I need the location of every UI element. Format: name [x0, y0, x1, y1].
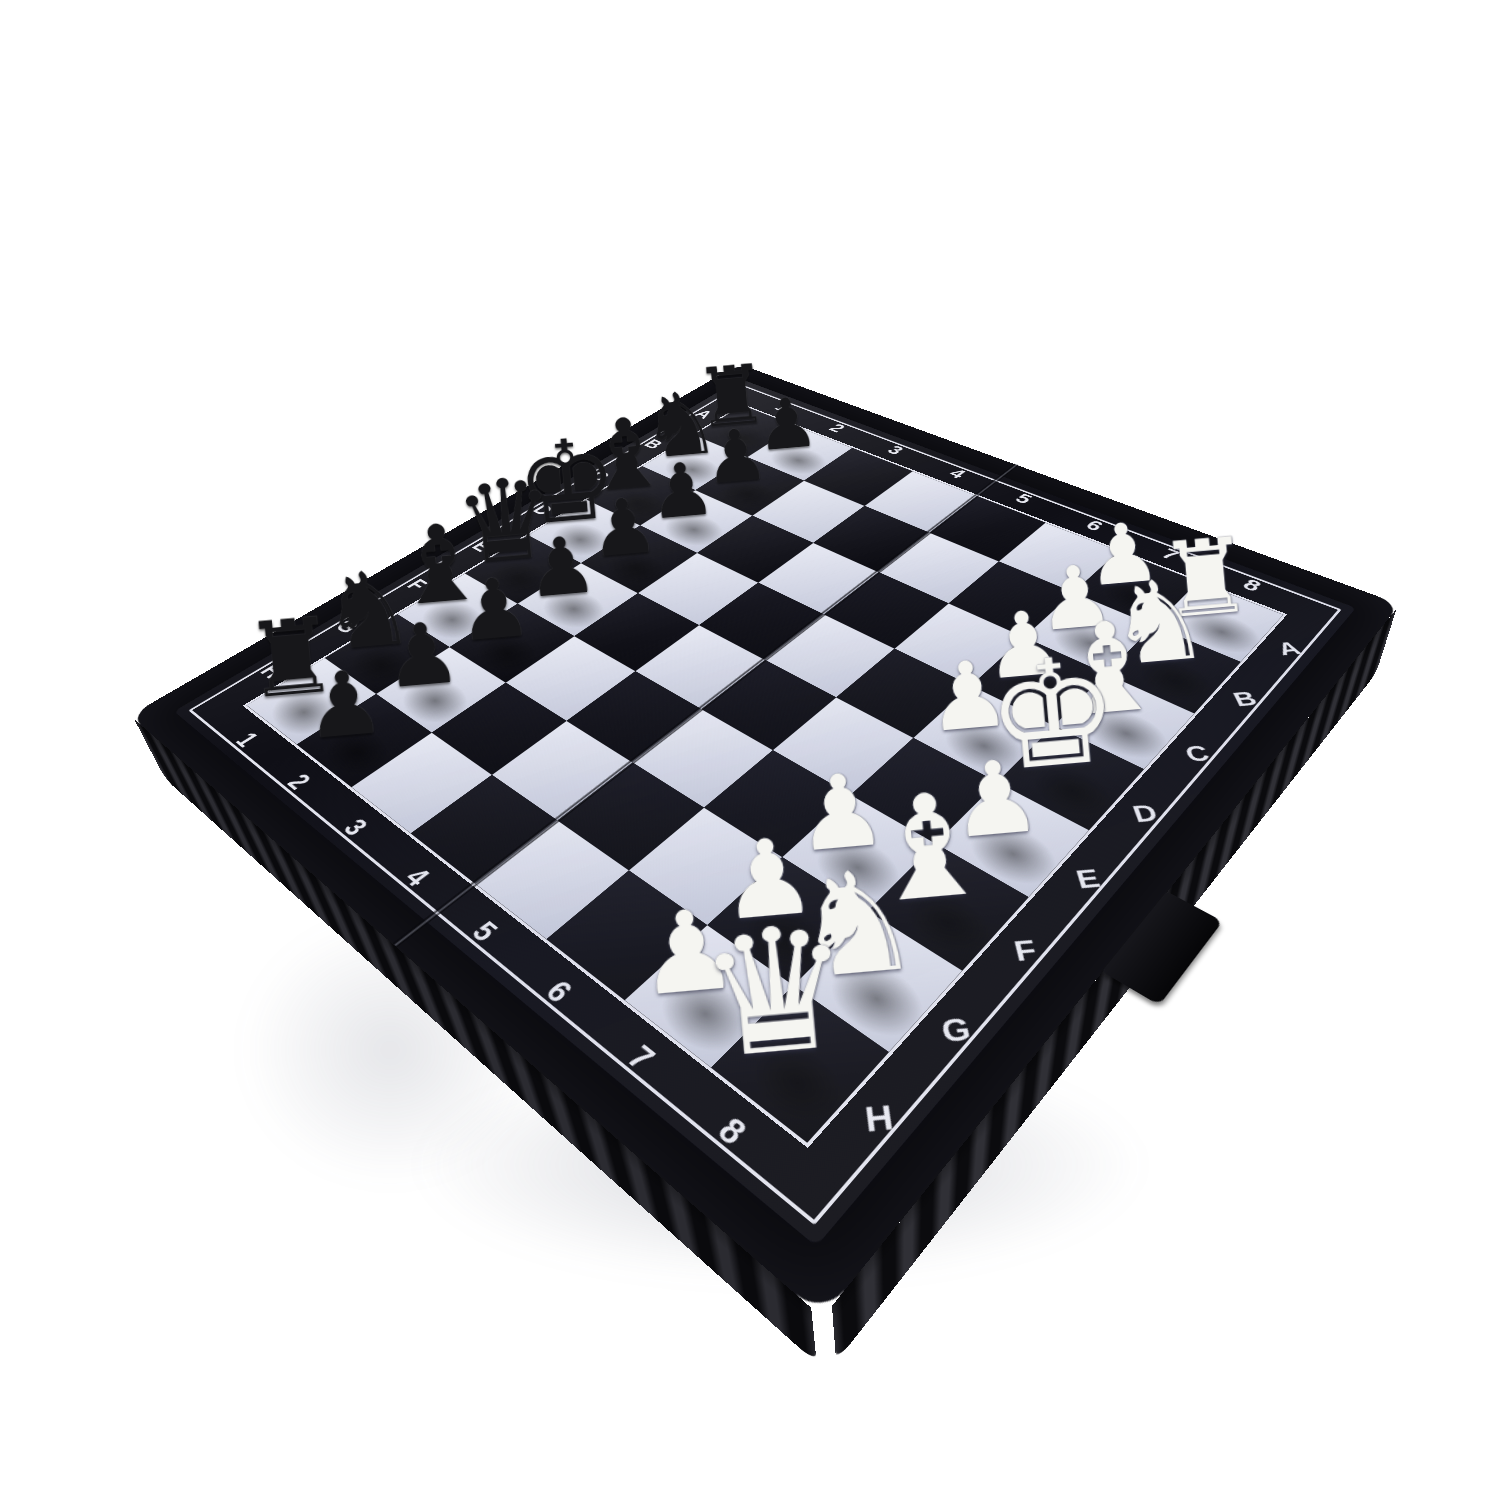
rank-label-sw-5: 5 — [456, 909, 513, 955]
rank-label-ne-5: 5 — [1003, 488, 1044, 510]
rank-label-sw-8: 8 — [699, 1101, 766, 1163]
rank-label-sw-3: 3 — [330, 808, 382, 847]
rank-label-ne-4: 4 — [938, 463, 977, 484]
black-pawn-icon: ♟ — [225, 651, 463, 760]
rank-label-sw-2: 2 — [274, 764, 324, 800]
rank-label-sw-4: 4 — [390, 856, 445, 898]
scene: ♜♞♝♚♛♝♞♜♟♟♟♟♟♟♟♟♟♟♟♟♟♟♟♜♞♝♚♟♝♞♛ AABBCCDD… — [0, 0, 1500, 1500]
white-queen-icon: ♛ — [616, 894, 936, 1091]
piece-white-queen-h8: ♛ — [711, 986, 889, 1143]
rank-label-ne-3: 3 — [876, 440, 914, 460]
file-label-se-G: G — [930, 1009, 982, 1052]
file-label-se-H: H — [853, 1095, 906, 1142]
piece-black-pawn-h2: ♟ — [297, 694, 432, 787]
file-label-se-F: F — [1000, 931, 1052, 969]
